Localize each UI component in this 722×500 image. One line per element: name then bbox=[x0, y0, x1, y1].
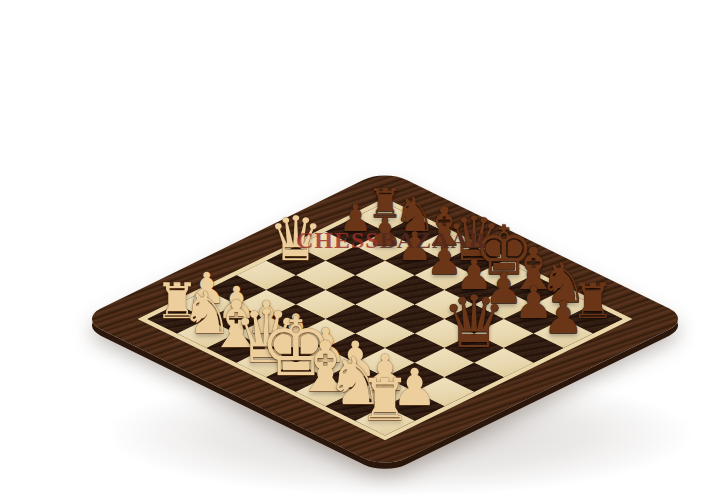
chess-set-product-photo: ♜♞♝♛♚♝♞♜♟♟♟♟♟♟♟♟♛♜♞♝♛♚♝♞♜♟♟♟♟♟♟♟♟♛ CHESS… bbox=[0, 0, 722, 500]
piece-white-queen-a5[interactable]: ♛ bbox=[268, 208, 323, 269]
piece-white-rook-h1[interactable]: ♜ bbox=[359, 371, 411, 429]
piece-black-pawn-h7[interactable]: ♟ bbox=[543, 295, 584, 340]
piece-black-queen-g5[interactable]: ♛ bbox=[442, 286, 507, 358]
